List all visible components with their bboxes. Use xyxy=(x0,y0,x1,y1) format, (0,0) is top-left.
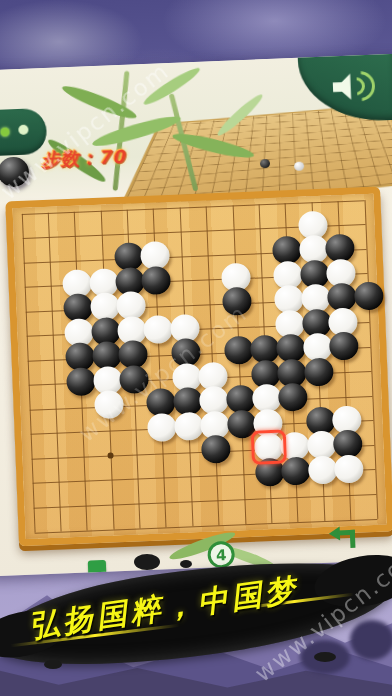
step-counter: 步数：70 xyxy=(41,145,126,172)
game-board[interactable] xyxy=(5,187,392,547)
stone-white xyxy=(307,455,337,484)
stone-white xyxy=(174,412,204,441)
game-card: 步数：70 4 xyxy=(0,53,392,576)
step-value: 70 xyxy=(98,146,126,168)
stone-white xyxy=(94,390,124,419)
ink-splatter xyxy=(134,554,160,570)
stone-black xyxy=(281,456,311,485)
tab-dot-icon xyxy=(0,127,9,136)
tab-dot-icon xyxy=(18,125,28,135)
stone-white xyxy=(147,413,177,442)
ink-banner: 弘扬国粹，中国梦 xyxy=(0,548,392,688)
stone-black xyxy=(223,336,253,365)
last-move-marker xyxy=(251,430,287,465)
ink-splatter xyxy=(44,660,62,669)
ink-splatter xyxy=(180,560,192,568)
stone-black xyxy=(66,367,96,396)
stone-black xyxy=(222,287,252,316)
undo-arrow-icon xyxy=(350,530,356,548)
stone-black xyxy=(329,332,359,361)
board-grid[interactable] xyxy=(13,194,387,539)
speaker-icon xyxy=(332,73,359,100)
star-point xyxy=(108,453,114,459)
stone-black xyxy=(141,266,171,295)
ink-splatter xyxy=(314,652,336,662)
app-screen: 步数：70 4 弘扬国粹， xyxy=(0,0,392,696)
stone-black xyxy=(353,282,383,311)
stone-black xyxy=(201,435,231,464)
stone-black xyxy=(119,365,149,394)
stone-black xyxy=(304,357,334,386)
stone-white xyxy=(334,454,364,483)
stone-black xyxy=(278,383,308,412)
stone-white xyxy=(143,315,173,344)
step-label: 步数： xyxy=(41,147,99,170)
